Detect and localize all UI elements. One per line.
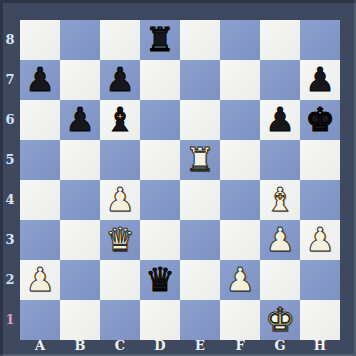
square-d2[interactable]: ♛ <box>140 260 180 300</box>
square-b4[interactable] <box>60 180 100 220</box>
square-g5[interactable] <box>260 140 300 180</box>
square-g6[interactable]: ♟ <box>260 100 300 140</box>
white-pawn[interactable]: ♟ <box>220 260 260 300</box>
rank-label-1: 1 <box>0 300 20 340</box>
white-bishop[interactable]: ♝ <box>260 180 300 220</box>
square-c4[interactable]: ♟ <box>100 180 140 220</box>
square-a3[interactable] <box>20 220 60 260</box>
file-labels: ABCDEFGH <box>20 338 340 356</box>
black-pawn[interactable]: ♟ <box>100 60 140 100</box>
square-c2[interactable] <box>100 260 140 300</box>
file-label-b: B <box>60 338 100 356</box>
rank-label-5: 5 <box>0 140 20 180</box>
square-c3[interactable]: ♛ <box>100 220 140 260</box>
square-b7[interactable] <box>60 60 100 100</box>
square-b3[interactable] <box>60 220 100 260</box>
rank-label-6: 6 <box>0 100 20 140</box>
black-king[interactable]: ♚ <box>300 100 340 140</box>
square-g3[interactable]: ♟ <box>260 220 300 260</box>
square-a6[interactable] <box>20 100 60 140</box>
square-e1[interactable] <box>180 300 220 340</box>
square-c6[interactable]: ♝ <box>100 100 140 140</box>
white-rook[interactable]: ♜ <box>180 140 220 180</box>
square-e5[interactable]: ♜ <box>180 140 220 180</box>
black-pawn[interactable]: ♟ <box>260 100 300 140</box>
white-pawn[interactable]: ♟ <box>20 260 60 300</box>
square-f2[interactable]: ♟ <box>220 260 260 300</box>
file-label-h: H <box>300 338 340 356</box>
square-g2[interactable] <box>260 260 300 300</box>
square-b6[interactable]: ♟ <box>60 100 100 140</box>
square-g7[interactable] <box>260 60 300 100</box>
white-pawn[interactable]: ♟ <box>260 220 300 260</box>
black-queen[interactable]: ♛ <box>140 260 180 300</box>
square-f6[interactable] <box>220 100 260 140</box>
rank-labels: 87654321 <box>0 20 20 340</box>
square-g1[interactable]: ♚ <box>260 300 300 340</box>
square-g4[interactable]: ♝ <box>260 180 300 220</box>
square-b1[interactable] <box>60 300 100 340</box>
square-a7[interactable]: ♟ <box>20 60 60 100</box>
black-pawn[interactable]: ♟ <box>20 60 60 100</box>
square-e8[interactable] <box>180 20 220 60</box>
square-g8[interactable] <box>260 20 300 60</box>
rank-label-7: 7 <box>0 60 20 100</box>
file-label-g: G <box>260 338 300 356</box>
black-pawn[interactable]: ♟ <box>300 60 340 100</box>
black-bishop[interactable]: ♝ <box>100 100 140 140</box>
square-d8[interactable]: ♜ <box>140 20 180 60</box>
square-h5[interactable] <box>300 140 340 180</box>
square-d6[interactable] <box>140 100 180 140</box>
square-d7[interactable] <box>140 60 180 100</box>
square-e2[interactable] <box>180 260 220 300</box>
square-b5[interactable] <box>60 140 100 180</box>
white-queen[interactable]: ♛ <box>100 220 140 260</box>
square-a1[interactable] <box>20 300 60 340</box>
white-king[interactable]: ♚ <box>260 300 300 340</box>
square-a4[interactable] <box>20 180 60 220</box>
square-c7[interactable]: ♟ <box>100 60 140 100</box>
white-pawn[interactable]: ♟ <box>100 180 140 220</box>
square-b2[interactable] <box>60 260 100 300</box>
square-a8[interactable] <box>20 20 60 60</box>
square-d5[interactable] <box>140 140 180 180</box>
square-e3[interactable] <box>180 220 220 260</box>
rank-label-2: 2 <box>0 260 20 300</box>
square-c1[interactable] <box>100 300 140 340</box>
black-rook[interactable]: ♜ <box>140 20 180 60</box>
square-h3[interactable]: ♟ <box>300 220 340 260</box>
file-label-c: C <box>100 338 140 356</box>
white-pawn[interactable]: ♟ <box>300 220 340 260</box>
square-h1[interactable] <box>300 300 340 340</box>
chess-board: ♜♟♟♟♟♝♟♚♜♟♝♛♟♟♟♛♟♚ <box>20 20 340 340</box>
file-label-f: F <box>220 338 260 356</box>
square-f1[interactable] <box>220 300 260 340</box>
rank-label-8: 8 <box>0 20 20 60</box>
square-f5[interactable] <box>220 140 260 180</box>
square-c5[interactable] <box>100 140 140 180</box>
square-a2[interactable]: ♟ <box>20 260 60 300</box>
rank-label-3: 3 <box>0 220 20 260</box>
square-h4[interactable] <box>300 180 340 220</box>
square-e4[interactable] <box>180 180 220 220</box>
square-f8[interactable] <box>220 20 260 60</box>
file-label-e: E <box>180 338 220 356</box>
square-e7[interactable] <box>180 60 220 100</box>
square-f7[interactable] <box>220 60 260 100</box>
square-h8[interactable] <box>300 20 340 60</box>
square-d4[interactable] <box>140 180 180 220</box>
square-h6[interactable]: ♚ <box>300 100 340 140</box>
square-b8[interactable] <box>60 20 100 60</box>
square-f4[interactable] <box>220 180 260 220</box>
square-h7[interactable]: ♟ <box>300 60 340 100</box>
chess-diagram: ♜♟♟♟♟♝♟♚♜♟♝♛♟♟♟♛♟♚ 87654321 ABCDEFGH <box>0 0 356 356</box>
black-pawn[interactable]: ♟ <box>60 100 100 140</box>
square-d3[interactable] <box>140 220 180 260</box>
square-c8[interactable] <box>100 20 140 60</box>
rank-label-4: 4 <box>0 180 20 220</box>
square-a5[interactable] <box>20 140 60 180</box>
file-label-d: D <box>140 338 180 356</box>
square-h2[interactable] <box>300 260 340 300</box>
square-d1[interactable] <box>140 300 180 340</box>
square-e6[interactable] <box>180 100 220 140</box>
square-f3[interactable] <box>220 220 260 260</box>
file-label-a: A <box>20 338 60 356</box>
